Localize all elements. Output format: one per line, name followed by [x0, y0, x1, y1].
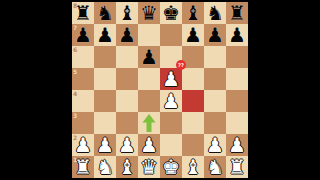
square-a8[interactable]: 8♜	[72, 2, 94, 24]
white-bishop-c1[interactable]: ♝	[116, 156, 138, 178]
square-e4[interactable]: ♟	[160, 90, 182, 112]
square-g1[interactable]: ♞	[204, 156, 226, 178]
black-pawn-h7[interactable]: ♟	[226, 24, 248, 46]
square-d1[interactable]: ♛	[138, 156, 160, 178]
black-queen-d8[interactable]: ♛	[138, 2, 160, 24]
square-g7[interactable]: ♟	[204, 24, 226, 46]
white-rook-h1[interactable]: ♜	[226, 156, 248, 178]
square-e8[interactable]: ♚	[160, 2, 182, 24]
square-c6[interactable]	[116, 46, 138, 68]
square-f1[interactable]: ♝	[182, 156, 204, 178]
square-c3[interactable]	[116, 112, 138, 134]
white-pawn-a2[interactable]: ♟	[72, 134, 94, 156]
square-d2[interactable]: ♟	[138, 134, 160, 156]
square-b8[interactable]: ♞	[94, 2, 116, 24]
square-b4[interactable]	[94, 90, 116, 112]
square-a4[interactable]: 4	[72, 90, 94, 112]
square-a6[interactable]: 6	[72, 46, 94, 68]
white-bishop-f1[interactable]: ♝	[182, 156, 204, 178]
square-e3[interactable]	[160, 112, 182, 134]
white-pawn-h2[interactable]: ♟	[226, 134, 248, 156]
square-a3[interactable]: 3	[72, 112, 94, 134]
black-knight-b8[interactable]: ♞	[94, 2, 116, 24]
square-h5[interactable]	[226, 68, 248, 90]
rank-label-3: 3	[73, 112, 77, 119]
square-g4[interactable]	[204, 90, 226, 112]
square-f8[interactable]: ♝	[182, 2, 204, 24]
black-pawn-f7[interactable]: ♟	[182, 24, 204, 46]
black-pawn-d6[interactable]: ♟	[138, 46, 160, 68]
square-d7[interactable]	[138, 24, 160, 46]
white-pawn-e4[interactable]: ♟	[160, 90, 182, 112]
square-c8[interactable]: ♝	[116, 2, 138, 24]
square-g2[interactable]: ♟	[204, 134, 226, 156]
white-pawn-g2[interactable]: ♟	[204, 134, 226, 156]
black-pawn-a7[interactable]: ♟	[72, 24, 94, 46]
square-e2[interactable]	[160, 134, 182, 156]
blunder-badge: ??	[176, 60, 186, 70]
white-pawn-b2[interactable]: ♟	[94, 134, 116, 156]
black-pawn-c7[interactable]: ♟	[116, 24, 138, 46]
square-c5[interactable]	[116, 68, 138, 90]
square-a7[interactable]: 7♟	[72, 24, 94, 46]
square-d4[interactable]	[138, 90, 160, 112]
white-queen-d1[interactable]: ♛	[138, 156, 160, 178]
square-f2[interactable]	[182, 134, 204, 156]
square-a1[interactable]: 1♜	[72, 156, 94, 178]
white-pawn-c2[interactable]: ♟	[116, 134, 138, 156]
square-b5[interactable]	[94, 68, 116, 90]
white-king-e1[interactable]: ♚	[160, 156, 182, 178]
black-rook-a8[interactable]: ♜	[72, 2, 94, 24]
square-c7[interactable]: ♟	[116, 24, 138, 46]
square-h3[interactable]	[226, 112, 248, 134]
black-knight-g8[interactable]: ♞	[204, 2, 226, 24]
square-g5[interactable]	[204, 68, 226, 90]
square-h6[interactable]	[226, 46, 248, 68]
black-pawn-b7[interactable]: ♟	[94, 24, 116, 46]
white-knight-g1[interactable]: ♞	[204, 156, 226, 178]
square-f7[interactable]: ♟	[182, 24, 204, 46]
square-e1[interactable]: ♚	[160, 156, 182, 178]
black-king-e8[interactable]: ♚	[160, 2, 182, 24]
square-a5[interactable]: 5	[72, 68, 94, 90]
square-b3[interactable]	[94, 112, 116, 134]
square-c4[interactable]	[116, 90, 138, 112]
rank-label-6: 6	[73, 46, 77, 53]
square-b6[interactable]	[94, 46, 116, 68]
square-h2[interactable]: ♟	[226, 134, 248, 156]
square-h8[interactable]: ♜	[226, 2, 248, 24]
white-rook-a1[interactable]: ♜	[72, 156, 94, 178]
video-frame: 8♜♞♝♛♚♝♞♜7♟♟♟♟♟♟6♟5♟??4♟32♟♟♟♟♟♟1♜♞♝♛♚♝♞…	[0, 0, 320, 180]
square-d8[interactable]: ♛	[138, 2, 160, 24]
square-f3[interactable]	[182, 112, 204, 134]
square-f5[interactable]	[182, 68, 204, 90]
square-h4[interactable]	[226, 90, 248, 112]
black-bishop-c8[interactable]: ♝	[116, 2, 138, 24]
rank-label-4: 4	[73, 90, 77, 97]
square-b7[interactable]: ♟	[94, 24, 116, 46]
square-e5[interactable]: ♟??	[160, 68, 182, 90]
square-c1[interactable]: ♝	[116, 156, 138, 178]
square-d5[interactable]	[138, 68, 160, 90]
square-a2[interactable]: 2♟	[72, 134, 94, 156]
square-g3[interactable]	[204, 112, 226, 134]
white-knight-b1[interactable]: ♞	[94, 156, 116, 178]
black-bishop-f8[interactable]: ♝	[182, 2, 204, 24]
square-f4[interactable]	[182, 90, 204, 112]
black-pawn-g7[interactable]: ♟	[204, 24, 226, 46]
black-rook-h8[interactable]: ♜	[226, 2, 248, 24]
square-e7[interactable]	[160, 24, 182, 46]
chess-board: 8♜♞♝♛♚♝♞♜7♟♟♟♟♟♟6♟5♟??4♟32♟♟♟♟♟♟1♜♞♝♛♚♝♞…	[72, 2, 248, 178]
square-b2[interactable]: ♟	[94, 134, 116, 156]
square-g6[interactable]	[204, 46, 226, 68]
white-pawn-d2[interactable]: ♟	[138, 134, 160, 156]
hint-arrow-up-icon	[138, 112, 160, 134]
square-h7[interactable]: ♟	[226, 24, 248, 46]
square-c2[interactable]: ♟	[116, 134, 138, 156]
square-b1[interactable]: ♞	[94, 156, 116, 178]
white-pawn-e5[interactable]: ♟	[160, 68, 182, 90]
square-d6[interactable]: ♟	[138, 46, 160, 68]
rank-label-5: 5	[73, 68, 77, 75]
square-h1[interactable]: ♜	[226, 156, 248, 178]
square-d3[interactable]	[138, 112, 160, 134]
square-g8[interactable]: ♞	[204, 2, 226, 24]
